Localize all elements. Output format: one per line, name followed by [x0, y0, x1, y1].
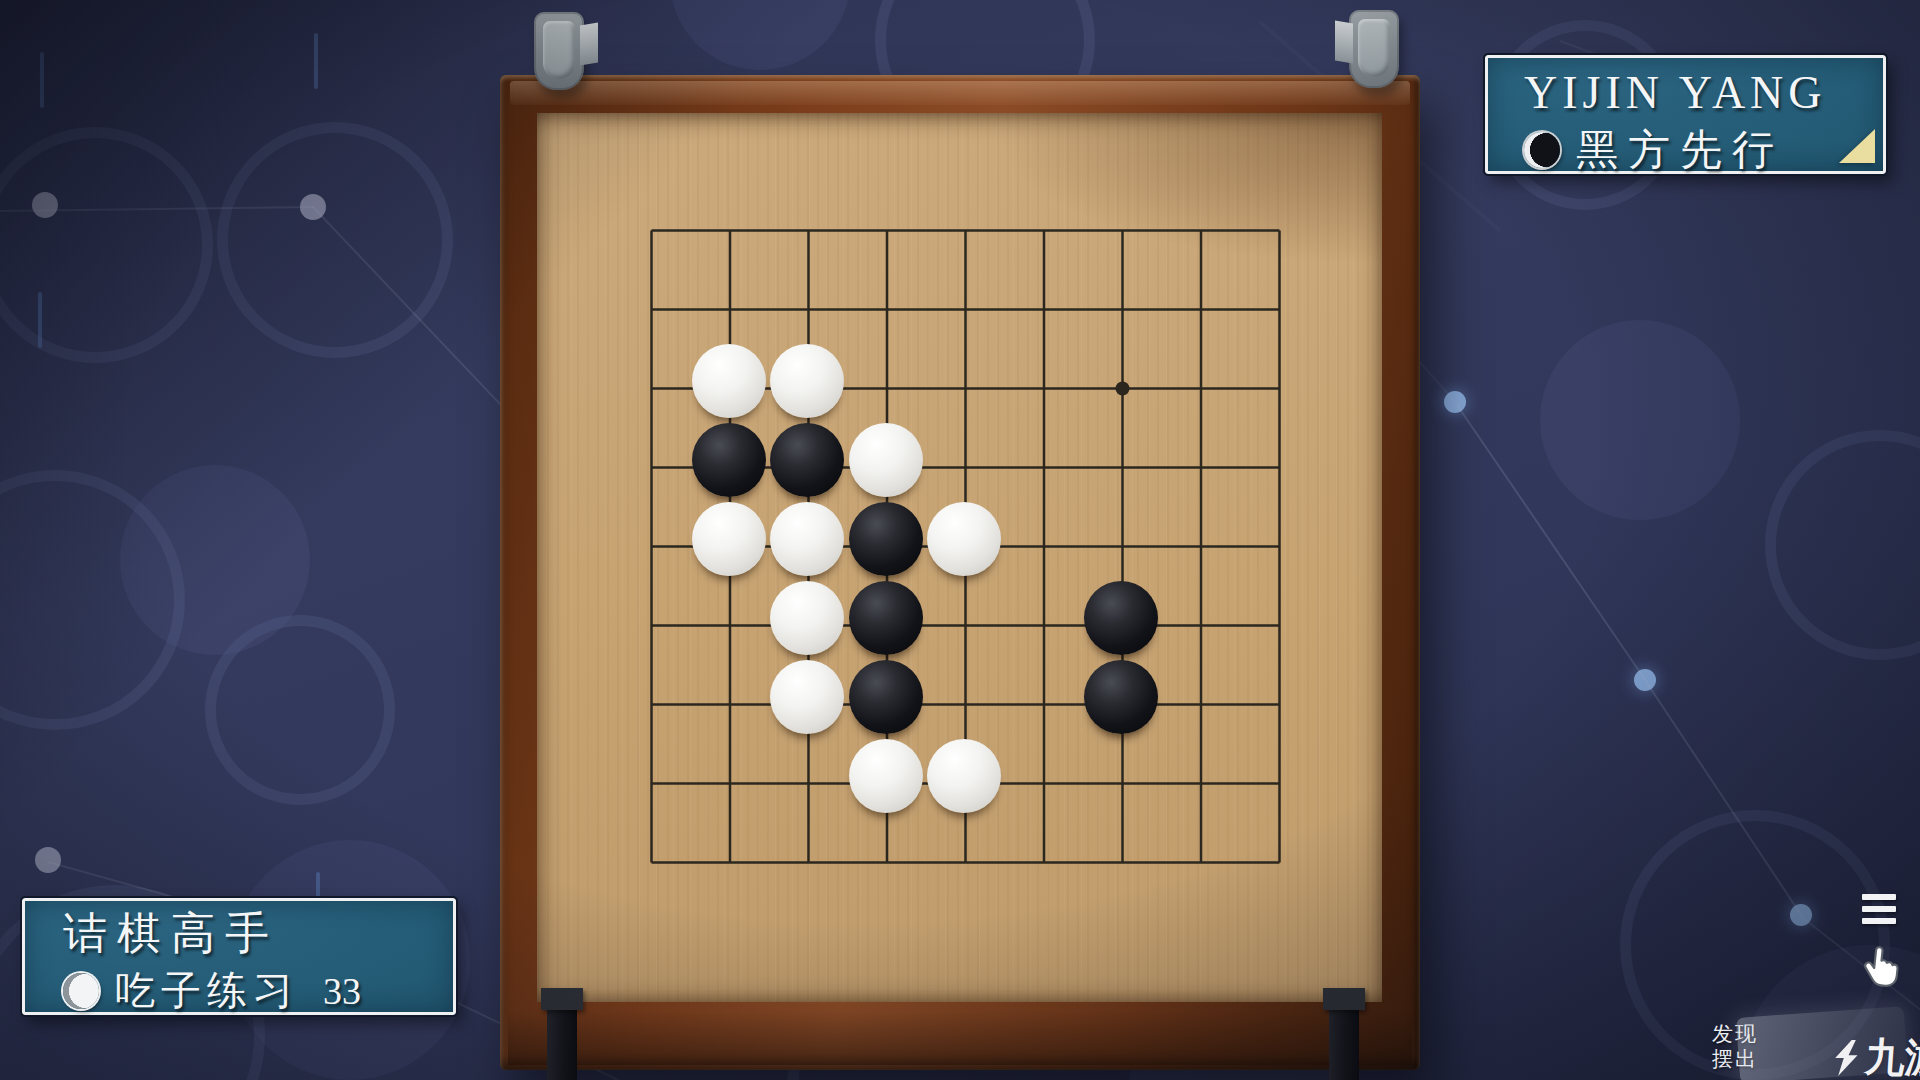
bg-decoration: [38, 292, 42, 348]
board-cell[interactable]: [1239, 269, 1318, 348]
jiuyou-watermark: 九游: [1831, 1030, 1920, 1080]
puzzle-panel: 诘棋高手 吃子练习 33: [22, 898, 456, 1015]
board-cell[interactable]: [1239, 506, 1318, 585]
board-cell[interactable]: [611, 348, 690, 427]
practice-number: 33: [323, 969, 361, 1013]
board-cell[interactable]: [925, 506, 1004, 585]
black-stone-icon: [1524, 132, 1560, 168]
board-cell[interactable]: [768, 664, 847, 743]
white-stone: [770, 344, 844, 418]
board-cell[interactable]: [925, 269, 1004, 348]
easel-leg-left: [547, 988, 577, 1080]
board-cell[interactable]: [1082, 269, 1161, 348]
board-clamp-left: [534, 12, 584, 90]
black-stone: [692, 423, 766, 497]
board-cell[interactable]: [1161, 348, 1240, 427]
board-cell[interactable]: [847, 190, 926, 269]
board-cell[interactable]: [1082, 427, 1161, 506]
board-cell[interactable]: [1082, 190, 1161, 269]
lightning-logo-icon: [1832, 1040, 1863, 1076]
puzzle-title: 诘棋高手: [63, 907, 453, 961]
board-cell[interactable]: [847, 348, 926, 427]
bg-decoration: [670, 0, 850, 70]
board-cell[interactable]: [925, 427, 1004, 506]
board-cell[interactable]: [1004, 427, 1083, 506]
board-cell[interactable]: [1239, 664, 1318, 743]
board-cell[interactable]: [611, 427, 690, 506]
board-cell[interactable]: [1161, 743, 1240, 822]
board-cell[interactable]: [768, 585, 847, 664]
player-name: YIJIN YANG: [1524, 66, 1883, 120]
board-cell[interactable]: [1161, 190, 1240, 269]
board-cell[interactable]: [690, 269, 769, 348]
bg-decoration: [1765, 430, 1920, 660]
board-cell[interactable]: [847, 269, 926, 348]
board-cell[interactable]: [925, 822, 1004, 901]
watermark-text: 九游: [1863, 1030, 1920, 1080]
turn-indicator: 黑方先行: [1576, 122, 1784, 178]
board-cell[interactable]: [1161, 822, 1240, 901]
board-cell[interactable]: [847, 506, 926, 585]
go-board-grid: [611, 190, 1318, 901]
white-stone: [849, 423, 923, 497]
white-stone: [770, 581, 844, 655]
bg-decoration: [1540, 320, 1740, 520]
board-cell[interactable]: [925, 664, 1004, 743]
board-cell[interactable]: [1161, 585, 1240, 664]
board-cell[interactable]: [1082, 348, 1161, 427]
board-cell[interactable]: [1004, 348, 1083, 427]
board-surface: [537, 113, 1382, 1002]
board-cell[interactable]: [1004, 269, 1083, 348]
board-cell[interactable]: [1239, 822, 1318, 901]
player-panel: YIJIN YANG 黑方先行: [1485, 55, 1886, 174]
board-cell[interactable]: [768, 269, 847, 348]
board-cell[interactable]: [1082, 664, 1161, 743]
white-stone: [927, 502, 1001, 576]
board-cell[interactable]: [768, 506, 847, 585]
hamburger-icon: [1862, 894, 1896, 900]
board-cell[interactable]: [1239, 585, 1318, 664]
board-cell[interactable]: [925, 743, 1004, 822]
board-cell[interactable]: [1161, 664, 1240, 743]
bg-decoration: [120, 465, 310, 655]
board-cell[interactable]: [690, 664, 769, 743]
board-cell[interactable]: [768, 190, 847, 269]
board-cell[interactable]: [847, 427, 926, 506]
board-cell[interactable]: [1004, 190, 1083, 269]
go-board: [500, 75, 1420, 1070]
black-stone: [770, 423, 844, 497]
board-cell[interactable]: [1082, 743, 1161, 822]
panel-corner-triangle-icon[interactable]: [1839, 129, 1875, 163]
board-cell[interactable]: [1004, 743, 1083, 822]
board-cell[interactable]: [690, 190, 769, 269]
board-cell[interactable]: [690, 743, 769, 822]
board-cell[interactable]: [690, 348, 769, 427]
board-cell[interactable]: [1161, 269, 1240, 348]
board-cell[interactable]: [690, 427, 769, 506]
practice-label: 吃子练习: [115, 963, 299, 1018]
white-stone: [927, 739, 1001, 813]
board-clamp-right: [1349, 10, 1399, 88]
black-stone: [849, 660, 923, 734]
board-cell[interactable]: [690, 585, 769, 664]
game-scene: YIJIN YANG 黑方先行 诘棋高手 吃子练习 33 发现 摆出 九游: [0, 0, 1920, 1080]
board-cell[interactable]: [925, 190, 1004, 269]
black-stone: [849, 581, 923, 655]
board-cell[interactable]: [1239, 427, 1318, 506]
black-stone: [1084, 581, 1158, 655]
board-cell[interactable]: [690, 506, 769, 585]
board-cell[interactable]: [768, 743, 847, 822]
board-cell[interactable]: [1004, 506, 1083, 585]
board-cell[interactable]: [611, 190, 690, 269]
board-cell[interactable]: [1082, 822, 1161, 901]
board-cell[interactable]: [1161, 506, 1240, 585]
bg-decoration: [217, 122, 453, 358]
bg-decoration: [32, 192, 58, 218]
black-stone: [1084, 660, 1158, 734]
board-cell[interactable]: [611, 822, 690, 901]
board-cell[interactable]: [1004, 664, 1083, 743]
board-cell[interactable]: [1004, 822, 1083, 901]
board-cell[interactable]: [611, 269, 690, 348]
board-cell[interactable]: [847, 664, 926, 743]
bg-decoration: [40, 52, 44, 108]
board-cell[interactable]: [1239, 190, 1318, 269]
board-cell[interactable]: [611, 743, 690, 822]
white-stone: [692, 344, 766, 418]
bg-decoration: [314, 33, 318, 89]
board-cell[interactable]: [847, 743, 926, 822]
board-cell[interactable]: [925, 348, 1004, 427]
board-cell[interactable]: [1161, 427, 1240, 506]
board-cell[interactable]: [1239, 743, 1318, 822]
white-stone-icon: [63, 973, 99, 1009]
board-cell[interactable]: [611, 585, 690, 664]
board-cell[interactable]: [768, 427, 847, 506]
white-stone: [770, 502, 844, 576]
white-stone: [770, 660, 844, 734]
board-cell[interactable]: [768, 822, 847, 901]
board-cell[interactable]: [847, 822, 926, 901]
board-cell[interactable]: [768, 348, 847, 427]
board-cell[interactable]: [1082, 585, 1161, 664]
easel-leg-right: [1329, 988, 1359, 1080]
white-stone: [692, 502, 766, 576]
hand-cursor-icon: [1851, 942, 1905, 1009]
board-cell[interactable]: [1004, 585, 1083, 664]
board-cell[interactable]: [611, 506, 690, 585]
board-cell[interactable]: [611, 664, 690, 743]
board-cell[interactable]: [925, 585, 1004, 664]
board-cell[interactable]: [1239, 348, 1318, 427]
menu-button[interactable]: [1862, 894, 1896, 924]
black-stone: [849, 502, 923, 576]
board-cell[interactable]: [690, 822, 769, 901]
board-cell[interactable]: [1082, 506, 1161, 585]
white-stone: [849, 739, 923, 813]
board-cell[interactable]: [847, 585, 926, 664]
bg-decoration: [0, 127, 213, 363]
